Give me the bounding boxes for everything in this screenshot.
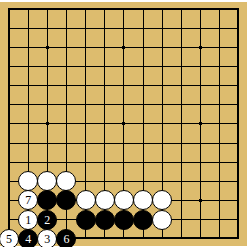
move-number-label: 6 bbox=[63, 233, 69, 245]
black-stone bbox=[76, 210, 96, 230]
black-stone: 4 bbox=[18, 229, 38, 247]
white-stone bbox=[133, 190, 153, 210]
black-stone bbox=[37, 190, 57, 210]
white-stone bbox=[152, 190, 172, 210]
move-number-label: 5 bbox=[6, 233, 12, 245]
white-stone bbox=[56, 171, 76, 191]
go-diagram: 7125436 bbox=[0, 0, 247, 247]
black-stone: 6 bbox=[56, 229, 76, 247]
white-stone bbox=[76, 190, 96, 210]
white-stone bbox=[37, 171, 57, 191]
black-stone bbox=[56, 190, 76, 210]
white-stone: 7 bbox=[18, 190, 38, 210]
black-stone bbox=[114, 210, 134, 230]
move-number-label: 7 bbox=[25, 194, 31, 206]
black-stone bbox=[95, 210, 115, 230]
white-stone bbox=[95, 190, 115, 210]
black-stone bbox=[133, 210, 153, 230]
move-number-label: 1 bbox=[25, 214, 31, 226]
white-stone bbox=[18, 171, 38, 191]
move-number-label: 3 bbox=[44, 233, 50, 245]
white-stone bbox=[114, 190, 134, 210]
stones-layer: 7125436 bbox=[0, 0, 247, 247]
move-number-label: 4 bbox=[25, 233, 31, 245]
white-stone: 3 bbox=[37, 229, 57, 247]
white-stone: 1 bbox=[18, 210, 38, 230]
black-stone: 2 bbox=[37, 210, 57, 230]
move-number-label: 2 bbox=[44, 214, 50, 226]
white-stone bbox=[152, 210, 172, 230]
white-stone: 5 bbox=[0, 229, 19, 247]
